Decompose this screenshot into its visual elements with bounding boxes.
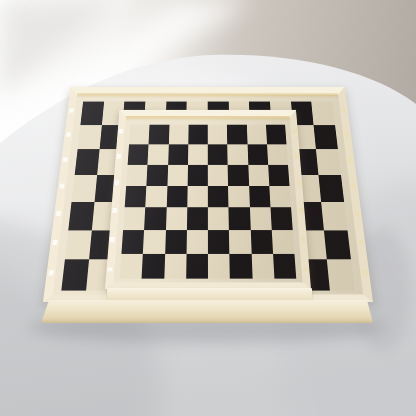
square-r2c12-black (314, 125, 338, 150)
square-r6c2-cream (143, 230, 165, 254)
square-r5c2-black (144, 208, 166, 231)
large-tray-gold-reflection (77, 93, 339, 98)
square-r3c3-cream (167, 165, 188, 186)
small-tray-checkerboard (120, 125, 297, 279)
square-r2c2-cream (148, 144, 169, 164)
large-tray-front-wall (41, 300, 373, 323)
square-r6c12-black (324, 230, 351, 260)
square-r7c8-black (273, 254, 296, 279)
square-r6c5-black (208, 230, 230, 254)
square-r5c12-cream (321, 202, 347, 230)
square-r1c5-cream (208, 125, 228, 145)
square-r1c3-cream (168, 125, 188, 145)
square-r3c5-cream (208, 165, 228, 186)
square-r5c3-cream (165, 208, 187, 231)
square-r1c1-black (80, 102, 103, 125)
square-r4c6-cream (228, 186, 249, 208)
square-r4c2-cream (145, 186, 167, 208)
square-r1c6-black (227, 125, 247, 145)
square-r3c8-black (268, 165, 290, 186)
square-r4c7-black (249, 186, 271, 208)
square-r2c1-black (128, 144, 149, 164)
square-r3c4-black (187, 165, 207, 186)
square-r5c1-black (68, 202, 94, 230)
square-r1c2-black (149, 125, 169, 145)
square-r2c3-black (168, 144, 188, 164)
square-r6c1-black (121, 230, 144, 254)
square-r3c1-black (75, 149, 100, 175)
square-r4c1-cream (72, 175, 97, 202)
square-r1c12-cream (312, 102, 336, 125)
small-checkerboard-tray (105, 110, 311, 289)
square-r5c4-black (187, 208, 208, 231)
square-r2c7-black (247, 144, 268, 164)
square-r6c6-cream (229, 230, 251, 254)
square-r2c8-cream (267, 144, 288, 164)
square-r4c8-cream (269, 186, 291, 208)
square-r3c6-black (228, 165, 249, 186)
square-r5c7-cream (249, 208, 271, 231)
square-r5c8-black (270, 208, 292, 231)
square-r3c7-cream (248, 165, 269, 186)
square-r1c8-black (266, 125, 287, 145)
square-r7c2-black (142, 254, 165, 279)
square-r2c5-black (208, 144, 228, 164)
square-r7c12-cream (327, 260, 355, 291)
square-r5c1-cream (123, 208, 145, 231)
square-r7c1-black (61, 260, 88, 291)
square-r6c3-black (165, 230, 187, 254)
square-r6c4-cream (186, 230, 208, 254)
square-r4c5-black (208, 186, 229, 208)
tray-scene (0, 0, 416, 416)
square-r1c7-cream (246, 125, 266, 145)
square-r4c1-black (125, 186, 147, 208)
square-r7c6-black (230, 254, 253, 279)
square-r5c6-black (229, 208, 251, 231)
square-r1c4-black (188, 125, 208, 145)
square-r4c4-cream (187, 186, 208, 208)
small-tray-gold-reflection (125, 116, 290, 121)
square-r3c2-black (147, 165, 168, 186)
square-r2c6-cream (227, 144, 247, 164)
square-r7c5-cream (208, 254, 230, 279)
square-r6c8-cream (272, 230, 295, 254)
square-r6c1-cream (65, 230, 92, 260)
square-r3c1-cream (126, 165, 148, 186)
square-r6c7-black (250, 230, 273, 254)
square-r7c4-black (186, 254, 208, 279)
square-r7c3-cream (164, 254, 186, 279)
square-r4c12-black (319, 175, 344, 202)
square-r2c1-cream (78, 125, 102, 150)
square-r7c7-cream (251, 254, 274, 279)
square-r1c1-cream (129, 125, 150, 145)
square-r4c3-black (166, 186, 187, 208)
square-r3c12-cream (316, 149, 341, 175)
square-r5c5-cream (208, 208, 229, 231)
square-r2c4-cream (188, 144, 208, 164)
square-r7c1-cream (120, 254, 143, 279)
